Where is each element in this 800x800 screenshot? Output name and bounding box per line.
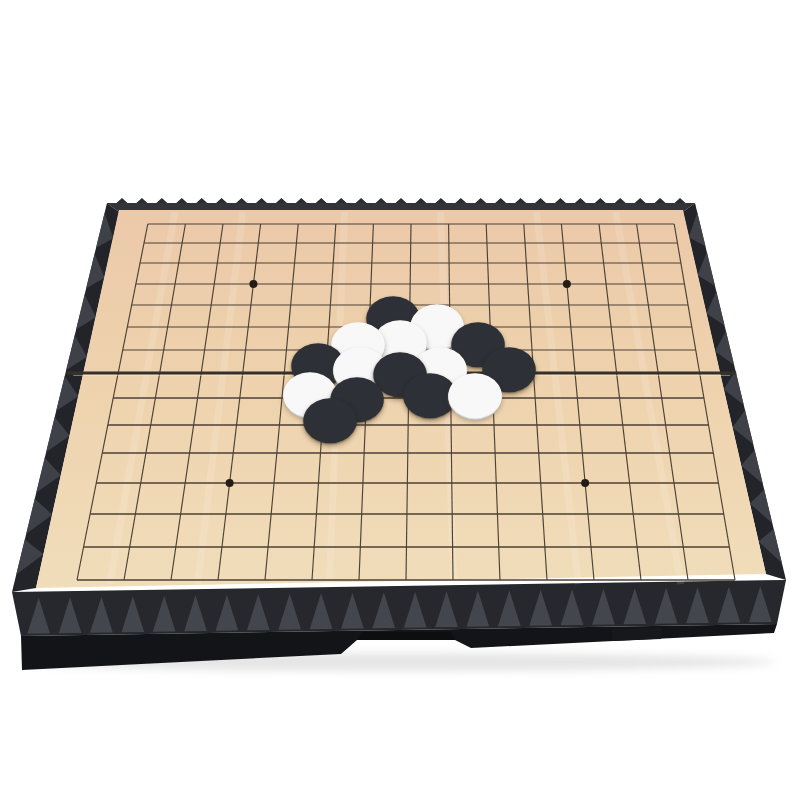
star-point bbox=[226, 479, 234, 487]
star-point bbox=[563, 280, 571, 288]
clasp-tab bbox=[612, 627, 662, 641]
star-point bbox=[405, 369, 413, 377]
star-point bbox=[581, 479, 589, 487]
handle-notch bbox=[357, 632, 455, 640]
go-board-graphic bbox=[0, 0, 800, 800]
star-point bbox=[249, 280, 257, 288]
product-photo-stage: ●●●●●●●●●●●●●●● bbox=[0, 0, 800, 800]
